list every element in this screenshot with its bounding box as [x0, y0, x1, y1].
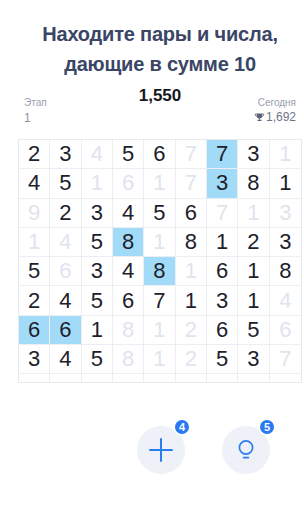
- grid-cell: [50, 374, 81, 383]
- grid-cell[interactable]: 7: [207, 140, 238, 169]
- grid-cell[interactable]: 1: [176, 286, 207, 315]
- grid-cell[interactable]: 2: [19, 140, 50, 169]
- title-line-2: дающие в сумме 10: [16, 49, 304, 79]
- grid-cell: 1: [144, 345, 175, 374]
- grid-cell: [238, 374, 269, 383]
- lightbulb-icon: [233, 437, 259, 463]
- grid-cell: 1: [144, 169, 175, 198]
- grid-cell[interactable]: 1: [207, 228, 238, 257]
- plus-icon: [147, 436, 175, 464]
- grid-cell[interactable]: 5: [82, 228, 113, 257]
- grid-cell[interactable]: 2: [238, 228, 269, 257]
- grid-cell[interactable]: 4: [50, 345, 81, 374]
- grid-cell[interactable]: 2: [50, 199, 81, 228]
- grid-cell[interactable]: 4: [19, 169, 50, 198]
- grid-cell[interactable]: 5: [207, 345, 238, 374]
- grid-cell: 4: [82, 140, 113, 169]
- grid-cell[interactable]: 6: [176, 199, 207, 228]
- grid-cell[interactable]: 6: [207, 316, 238, 345]
- grid-cell[interactable]: 3: [238, 345, 269, 374]
- today-block: Сегодня 1,692: [254, 97, 296, 124]
- grid-cell: [19, 374, 50, 383]
- stage-value: 1: [24, 111, 47, 125]
- grid-cell: 7: [176, 140, 207, 169]
- grid-cell: 1: [144, 316, 175, 345]
- grid-cell[interactable]: 3: [270, 228, 301, 257]
- grid-cell[interactable]: 8: [176, 228, 207, 257]
- grid-cell[interactable]: 3: [50, 140, 81, 169]
- grid-cell: [82, 374, 113, 383]
- grid-cell[interactable]: 8: [113, 228, 144, 257]
- grid-cell: 7: [176, 169, 207, 198]
- grid-cell: 7: [207, 199, 238, 228]
- grid-cell: 6: [113, 169, 144, 198]
- grid-cell: [270, 374, 301, 383]
- grid-cell[interactable]: 4: [50, 286, 81, 315]
- grid-cell[interactable]: 3: [207, 169, 238, 198]
- grid-cell[interactable]: 6: [207, 257, 238, 286]
- grid-cell[interactable]: 6: [144, 140, 175, 169]
- add-numbers-button[interactable]: 4: [137, 426, 185, 474]
- grid-cell[interactable]: 8: [238, 169, 269, 198]
- grid-cell[interactable]: 2: [19, 286, 50, 315]
- grid-cell[interactable]: 1: [238, 286, 269, 315]
- grid-cell[interactable]: 8: [144, 257, 175, 286]
- grid-cell[interactable]: 3: [19, 345, 50, 374]
- grid-cell: 8: [113, 345, 144, 374]
- grid-cell: 1: [270, 140, 301, 169]
- grid-cell[interactable]: 5: [82, 345, 113, 374]
- grid-cell: 4: [50, 228, 81, 257]
- grid-cell: 6: [50, 257, 81, 286]
- add-button-badge: 4: [173, 418, 191, 436]
- grid-cell[interactable]: 1: [238, 257, 269, 286]
- grid-cell: [113, 374, 144, 383]
- grid-cell[interactable]: 5: [144, 199, 175, 228]
- grid-cell: [176, 374, 207, 383]
- grid-cell[interactable]: 5: [19, 257, 50, 286]
- hint-button[interactable]: 5: [222, 426, 270, 474]
- grid-cell: 7: [270, 345, 301, 374]
- stage-block: Этап 1: [24, 97, 47, 125]
- grid-cell[interactable]: 3: [82, 199, 113, 228]
- stage-label: Этап: [24, 97, 47, 108]
- hint-button-badge: 5: [258, 418, 276, 436]
- grid-cell: 9: [19, 199, 50, 228]
- grid-cell[interactable]: 7: [144, 286, 175, 315]
- grid-cell[interactable]: 6: [50, 316, 81, 345]
- game-screen: Находите пары и числа, дающие в сумме 10…: [16, 0, 304, 512]
- grid-cell[interactable]: 5: [238, 316, 269, 345]
- grid-cell[interactable]: 5: [82, 286, 113, 315]
- grid-cell[interactable]: 4: [113, 199, 144, 228]
- grid-cell[interactable]: 1: [270, 169, 301, 198]
- today-value: 1,692: [266, 110, 296, 124]
- page-title: Находите пары и числа, дающие в сумме 10: [16, 19, 304, 79]
- today-label: Сегодня: [254, 97, 296, 108]
- board: 2345677314516173819234567131458181235634…: [18, 139, 302, 383]
- title-line-1: Находите пары и числа,: [16, 19, 304, 49]
- grid-cell[interactable]: 4: [113, 257, 144, 286]
- grid-cell: [144, 374, 175, 383]
- today-score: 1,692: [254, 110, 296, 124]
- grid-cell: 8: [113, 316, 144, 345]
- grid-cell: [207, 374, 238, 383]
- grid-cell[interactable]: 5: [50, 169, 81, 198]
- grid-cell: 1: [144, 228, 175, 257]
- grid-cell[interactable]: 6: [19, 316, 50, 345]
- trophy-icon: [254, 112, 265, 123]
- grid-cell[interactable]: 3: [238, 140, 269, 169]
- grid-cell[interactable]: 1: [82, 316, 113, 345]
- grid-cell: 6: [270, 316, 301, 345]
- grid-cell: 1: [176, 257, 207, 286]
- grid-cell[interactable]: 3: [207, 286, 238, 315]
- grid-cell: 1: [19, 228, 50, 257]
- grid-cell: 2: [176, 345, 207, 374]
- grid-cell[interactable]: 6: [113, 286, 144, 315]
- grid-cell: 2: [176, 316, 207, 345]
- grid-cell: 1: [82, 169, 113, 198]
- grid-cell: 4: [270, 286, 301, 315]
- grid-cell: 3: [270, 199, 301, 228]
- grid-cell: 1: [238, 199, 269, 228]
- grid-cell[interactable]: 3: [82, 257, 113, 286]
- grid-cell[interactable]: 5: [113, 140, 144, 169]
- grid-cell[interactable]: 8: [270, 257, 301, 286]
